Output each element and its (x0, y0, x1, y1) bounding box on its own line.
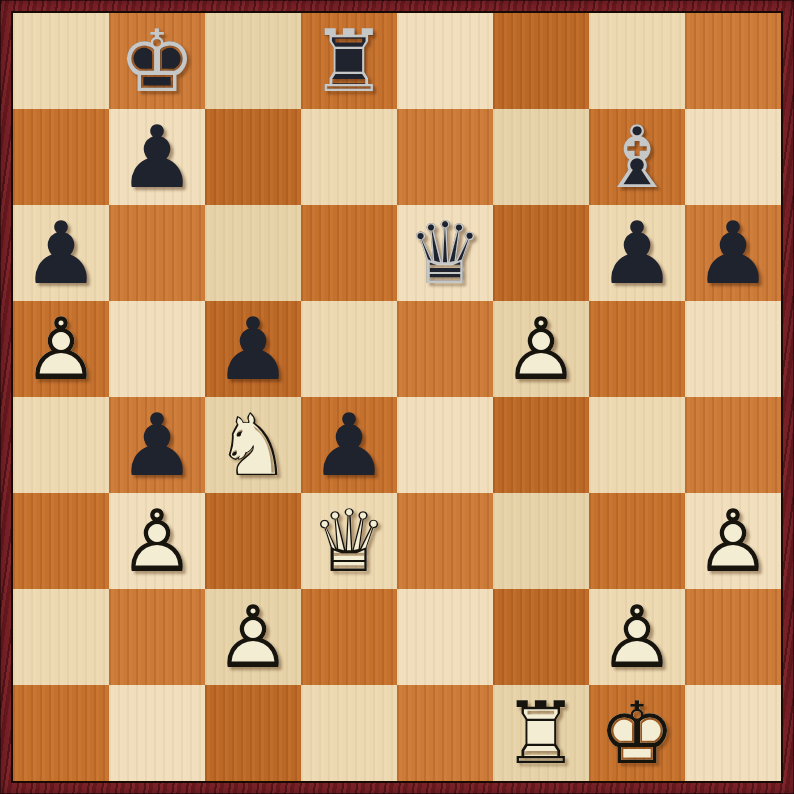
square-h3[interactable]: ♟♙ (685, 493, 781, 589)
white-king-g1[interactable]: ♚♔ (589, 685, 685, 781)
white-queen-icon: ♛ (301, 493, 397, 589)
white-rook-icon: ♜ (493, 685, 589, 781)
square-g4[interactable] (589, 397, 685, 493)
square-e6[interactable]: ♛♕ (397, 205, 493, 301)
square-b8[interactable]: ♚♔ (109, 13, 205, 109)
square-d5[interactable] (301, 301, 397, 397)
square-d7[interactable] (301, 109, 397, 205)
square-b7[interactable]: ♟♙ (109, 109, 205, 205)
square-e1[interactable] (397, 685, 493, 781)
square-c1[interactable] (205, 685, 301, 781)
black-pawn-icon: ♟ (589, 205, 685, 301)
square-e4[interactable] (397, 397, 493, 493)
white-pawn-icon: ♟ (493, 301, 589, 397)
black-rook-outline-icon: ♖ (301, 13, 397, 109)
black-king-icon: ♚ (109, 13, 205, 109)
square-f8[interactable] (493, 13, 589, 109)
black-pawn-icon: ♟ (109, 397, 205, 493)
black-bishop-icon: ♝ (589, 109, 685, 205)
square-c7[interactable] (205, 109, 301, 205)
white-knight-c4[interactable]: ♞♘ (205, 397, 301, 493)
square-b3[interactable]: ♟♙ (109, 493, 205, 589)
square-c5[interactable]: ♟♙ (205, 301, 301, 397)
square-g2[interactable]: ♟♙ (589, 589, 685, 685)
white-rook-f1[interactable]: ♜♖ (493, 685, 589, 781)
black-pawn-b4[interactable]: ♟♙ (109, 397, 205, 493)
white-queen-outline-icon: ♕ (301, 493, 397, 589)
square-g8[interactable] (589, 13, 685, 109)
white-pawn-icon: ♟ (685, 493, 781, 589)
square-d1[interactable] (301, 685, 397, 781)
white-pawn-c2[interactable]: ♟♙ (205, 589, 301, 685)
white-pawn-outline-icon: ♙ (493, 301, 589, 397)
white-pawn-f5[interactable]: ♟♙ (493, 301, 589, 397)
white-pawn-icon: ♟ (589, 589, 685, 685)
square-d4[interactable]: ♟♙ (301, 397, 397, 493)
black-pawn-icon: ♟ (13, 205, 109, 301)
black-king-b8[interactable]: ♚♔ (109, 13, 205, 109)
white-king-icon: ♚ (589, 685, 685, 781)
square-e7[interactable] (397, 109, 493, 205)
black-pawn-h6[interactable]: ♟♙ (685, 205, 781, 301)
white-pawn-icon: ♟ (205, 589, 301, 685)
square-g5[interactable] (589, 301, 685, 397)
square-h5[interactable] (685, 301, 781, 397)
square-h4[interactable] (685, 397, 781, 493)
black-queen-outline-icon: ♕ (397, 205, 493, 301)
square-f4[interactable] (493, 397, 589, 493)
black-queen-icon: ♛ (397, 205, 493, 301)
square-g3[interactable] (589, 493, 685, 589)
square-d2[interactable] (301, 589, 397, 685)
black-pawn-a6[interactable]: ♟♙ (13, 205, 109, 301)
square-h7[interactable] (685, 109, 781, 205)
square-f1[interactable]: ♜♖ (493, 685, 589, 781)
square-f2[interactable] (493, 589, 589, 685)
white-pawn-a5[interactable]: ♟♙ (13, 301, 109, 397)
black-bishop-outline-icon: ♗ (589, 109, 685, 205)
black-rook-d8[interactable]: ♜♖ (301, 13, 397, 109)
square-f7[interactable] (493, 109, 589, 205)
black-bishop-g7[interactable]: ♝♗ (589, 109, 685, 205)
square-c8[interactable] (205, 13, 301, 109)
square-f3[interactable] (493, 493, 589, 589)
white-pawn-b3[interactable]: ♟♙ (109, 493, 205, 589)
black-pawn-d4[interactable]: ♟♙ (301, 397, 397, 493)
black-pawn-g6[interactable]: ♟♙ (589, 205, 685, 301)
square-c3[interactable] (205, 493, 301, 589)
chess-board-frame: ♚♔♜♖♟♙♝♗♟♙♛♕♟♙♟♙♟♙♟♙♟♙♟♙♞♘♟♙♟♙♛♕♟♙♟♙♟♙♜♖… (0, 0, 794, 794)
white-pawn-h3[interactable]: ♟♙ (685, 493, 781, 589)
square-c4[interactable]: ♞♘ (205, 397, 301, 493)
square-b1[interactable] (109, 685, 205, 781)
square-e3[interactable] (397, 493, 493, 589)
square-d6[interactable] (301, 205, 397, 301)
square-a2[interactable] (13, 589, 109, 685)
white-pawn-outline-icon: ♙ (685, 493, 781, 589)
black-pawn-icon: ♟ (301, 397, 397, 493)
square-b4[interactable]: ♟♙ (109, 397, 205, 493)
chess-board: ♚♔♜♖♟♙♝♗♟♙♛♕♟♙♟♙♟♙♟♙♟♙♟♙♞♘♟♙♟♙♛♕♟♙♟♙♟♙♜♖… (11, 11, 783, 783)
white-pawn-icon: ♟ (13, 301, 109, 397)
square-e2[interactable] (397, 589, 493, 685)
black-pawn-b7[interactable]: ♟♙ (109, 109, 205, 205)
square-h2[interactable] (685, 589, 781, 685)
square-e5[interactable] (397, 301, 493, 397)
square-h8[interactable] (685, 13, 781, 109)
square-d3[interactable]: ♛♕ (301, 493, 397, 589)
square-a4[interactable] (13, 397, 109, 493)
white-knight-outline-icon: ♘ (205, 397, 301, 493)
square-b6[interactable] (109, 205, 205, 301)
square-g7[interactable]: ♝♗ (589, 109, 685, 205)
square-e8[interactable] (397, 13, 493, 109)
white-king-outline-icon: ♔ (589, 685, 685, 781)
square-a8[interactable] (13, 13, 109, 109)
black-rook-icon: ♜ (301, 13, 397, 109)
black-pawn-icon: ♟ (205, 301, 301, 397)
square-g6[interactable]: ♟♙ (589, 205, 685, 301)
square-f5[interactable]: ♟♙ (493, 301, 589, 397)
white-pawn-icon: ♟ (109, 493, 205, 589)
white-pawn-g2[interactable]: ♟♙ (589, 589, 685, 685)
square-c6[interactable] (205, 205, 301, 301)
white-pawn-outline-icon: ♙ (205, 589, 301, 685)
white-queen-d3[interactable]: ♛♕ (301, 493, 397, 589)
black-queen-e6[interactable]: ♛♕ (397, 205, 493, 301)
square-g1[interactable]: ♚♔ (589, 685, 685, 781)
white-knight-icon: ♞ (205, 397, 301, 493)
white-pawn-outline-icon: ♙ (589, 589, 685, 685)
white-pawn-outline-icon: ♙ (13, 301, 109, 397)
square-h6[interactable]: ♟♙ (685, 205, 781, 301)
black-king-outline-icon: ♔ (109, 13, 205, 109)
white-rook-outline-icon: ♖ (493, 685, 589, 781)
white-pawn-outline-icon: ♙ (109, 493, 205, 589)
black-pawn-icon: ♟ (109, 109, 205, 205)
square-f6[interactable] (493, 205, 589, 301)
square-a6[interactable]: ♟♙ (13, 205, 109, 301)
square-a3[interactable] (13, 493, 109, 589)
square-a7[interactable] (13, 109, 109, 205)
black-pawn-icon: ♟ (685, 205, 781, 301)
square-h1[interactable] (685, 685, 781, 781)
square-a1[interactable] (13, 685, 109, 781)
black-pawn-c5[interactable]: ♟♙ (205, 301, 301, 397)
square-d8[interactable]: ♜♖ (301, 13, 397, 109)
square-b2[interactable] (109, 589, 205, 685)
square-a5[interactable]: ♟♙ (13, 301, 109, 397)
square-b5[interactable] (109, 301, 205, 397)
square-c2[interactable]: ♟♙ (205, 589, 301, 685)
